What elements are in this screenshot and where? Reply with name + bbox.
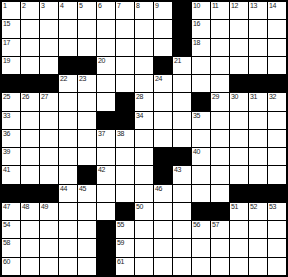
clue-number: 18 [193, 39, 200, 47]
grid-cell[interactable] [230, 258, 248, 275]
black-cell [249, 75, 267, 92]
clue-number: 51 [231, 203, 238, 211]
clue-number: 4 [60, 2, 63, 10]
clue-number: 34 [136, 112, 143, 120]
clue-number: 40 [193, 148, 200, 156]
grid-cell[interactable]: 15 [2, 20, 20, 37]
grid-cell[interactable] [268, 20, 286, 37]
clue-number: 14 [269, 2, 276, 10]
grid-cell[interactable] [211, 148, 229, 165]
grid-cell[interactable] [40, 57, 58, 74]
black-cell [59, 57, 77, 74]
grid-cell[interactable] [116, 20, 134, 37]
clue-number: 58 [3, 239, 10, 247]
grid-cell[interactable] [230, 239, 248, 256]
grid-cell[interactable] [211, 57, 229, 74]
clue-number: 31 [250, 93, 257, 101]
grid-cell[interactable] [230, 166, 248, 183]
grid-cell[interactable] [173, 112, 191, 129]
grid-cell[interactable] [154, 112, 172, 129]
grid-cell[interactable] [192, 166, 210, 183]
clue-number: 56 [193, 221, 200, 229]
grid-cell[interactable] [135, 258, 153, 275]
clue-number: 10 [193, 2, 200, 10]
grid-cell[interactable] [21, 112, 39, 129]
grid-cell[interactable] [97, 20, 115, 37]
grid-cell[interactable] [230, 57, 248, 74]
clue-number: 43 [174, 166, 181, 174]
black-cell [230, 185, 248, 202]
clue-number: 20 [98, 57, 105, 65]
clue-number: 32 [269, 93, 276, 101]
black-cell [40, 185, 58, 202]
grid-cell[interactable]: 38 [116, 130, 134, 147]
grid-cell[interactable] [268, 130, 286, 147]
grid-cell[interactable] [135, 148, 153, 165]
clue-number: 27 [41, 93, 48, 101]
grid-cell[interactable] [59, 20, 77, 37]
clue-number: 45 [79, 185, 86, 193]
grid-cell[interactable] [59, 221, 77, 238]
clue-number: 11 [212, 2, 218, 10]
grid-cell[interactable] [59, 112, 77, 129]
grid-cell[interactable]: 61 [116, 258, 134, 275]
grid-cell[interactable]: 2 [21, 2, 39, 19]
grid-cell[interactable] [59, 93, 77, 110]
clue-number: 23 [79, 75, 86, 83]
black-cell [249, 185, 267, 202]
grid-cell[interactable]: 27 [40, 93, 58, 110]
grid-cell[interactable] [154, 20, 172, 37]
grid-cell[interactable] [211, 130, 229, 147]
grid-cell[interactable] [97, 75, 115, 92]
grid-cell[interactable] [268, 112, 286, 129]
grid-cell[interactable] [40, 239, 58, 256]
grid-cell[interactable] [78, 112, 96, 129]
clue-number: 15 [3, 20, 10, 28]
grid-cell[interactable] [249, 239, 267, 256]
black-cell [116, 203, 134, 220]
grid-cell[interactable] [135, 221, 153, 238]
clue-number: 8 [136, 2, 139, 10]
clue-number: 35 [193, 112, 200, 120]
grid-cell[interactable]: 28 [135, 93, 153, 110]
grid-cell[interactable] [59, 258, 77, 275]
grid-cell[interactable] [40, 166, 58, 183]
black-cell [211, 203, 229, 220]
grid-cell[interactable] [173, 93, 191, 110]
grid-cell[interactable]: 29 [211, 93, 229, 110]
grid-cell[interactable] [211, 258, 229, 275]
clue-number: 1 [3, 2, 6, 10]
grid-cell[interactable] [40, 258, 58, 275]
black-cell [154, 148, 172, 165]
clue-number: 54 [3, 221, 10, 229]
grid-cell[interactable] [59, 39, 77, 56]
grid-cell[interactable] [154, 221, 172, 238]
black-cell [154, 57, 172, 74]
clue-number: 19 [3, 57, 10, 65]
grid-cell[interactable]: 57 [211, 221, 229, 238]
grid-cell[interactable] [230, 130, 248, 147]
grid-cell[interactable]: 33 [2, 112, 20, 129]
grid-cell[interactable]: 6 [97, 2, 115, 19]
black-cell [154, 166, 172, 183]
grid-cell[interactable] [135, 75, 153, 92]
grid-cell[interactable] [192, 57, 210, 74]
clue-number: 59 [117, 239, 124, 247]
grid-cell[interactable]: 13 [249, 2, 267, 19]
grid-cell[interactable] [249, 112, 267, 129]
grid-cell[interactable]: 58 [2, 239, 20, 256]
grid-cell[interactable] [173, 221, 191, 238]
black-cell [192, 203, 210, 220]
grid-cell[interactable] [173, 130, 191, 147]
grid-cell[interactable]: 10 [192, 2, 210, 19]
grid-cell[interactable] [59, 148, 77, 165]
grid-cell[interactable] [21, 130, 39, 147]
black-cell [116, 93, 134, 110]
grid-cell[interactable] [173, 185, 191, 202]
grid-cell[interactable]: 17 [2, 39, 20, 56]
grid-cell[interactable] [59, 166, 77, 183]
grid-cell[interactable] [135, 185, 153, 202]
grid-cell[interactable]: 43 [173, 166, 191, 183]
clue-number: 3 [41, 2, 44, 10]
grid-cell[interactable] [21, 258, 39, 275]
grid-cell[interactable] [78, 148, 96, 165]
clue-number: 17 [3, 39, 10, 47]
grid-cell[interactable] [211, 166, 229, 183]
grid-cell[interactable] [116, 148, 134, 165]
grid-cell[interactable] [135, 39, 153, 56]
clue-number: 61 [117, 258, 124, 266]
grid-cell[interactable]: 22 [59, 75, 77, 92]
clue-number: 48 [22, 203, 29, 211]
grid-cell[interactable]: 34 [135, 112, 153, 129]
black-cell [40, 75, 58, 92]
grid-cell[interactable]: 47 [2, 203, 20, 220]
clue-number: 30 [231, 93, 238, 101]
grid-cell[interactable] [211, 239, 229, 256]
grid-cell[interactable]: 41 [2, 166, 20, 183]
black-cell [78, 57, 96, 74]
grid-cell[interactable] [78, 20, 96, 37]
grid-cell[interactable] [40, 20, 58, 37]
grid-cell[interactable] [40, 112, 58, 129]
grid-cell[interactable] [116, 75, 134, 92]
grid-cell[interactable] [192, 130, 210, 147]
grid-cell[interactable] [97, 203, 115, 220]
black-cell [2, 185, 20, 202]
black-cell [116, 112, 134, 129]
grid-cell[interactable]: 37 [97, 130, 115, 147]
grid-cell[interactable] [78, 239, 96, 256]
black-cell [230, 75, 248, 92]
clue-number: 24 [155, 75, 162, 83]
grid-cell[interactable] [154, 130, 172, 147]
grid-cell[interactable] [97, 93, 115, 110]
grid-cell[interactable] [21, 166, 39, 183]
black-cell [173, 20, 191, 37]
grid-cell[interactable] [78, 221, 96, 238]
grid-cell[interactable]: 48 [21, 203, 39, 220]
grid-cell[interactable] [78, 130, 96, 147]
grid-cell[interactable]: 8 [135, 2, 153, 19]
clue-number: 42 [98, 166, 105, 174]
grid-cell[interactable]: 56 [192, 221, 210, 238]
grid-cell[interactable]: 5 [78, 2, 96, 19]
clue-number: 41 [3, 166, 10, 174]
clue-number: 16 [193, 20, 200, 28]
clue-number: 9 [155, 2, 158, 10]
clue-number: 25 [3, 93, 10, 101]
grid-cell[interactable] [78, 203, 96, 220]
black-cell [2, 75, 20, 92]
grid-cell[interactable] [154, 93, 172, 110]
grid-cell[interactable]: 53 [268, 203, 286, 220]
grid-cell[interactable] [59, 239, 77, 256]
grid-cell[interactable] [173, 75, 191, 92]
grid-cell[interactable]: 11 [211, 2, 229, 19]
grid-cell[interactable] [40, 39, 58, 56]
grid-cell[interactable]: 20 [97, 57, 115, 74]
grid-cell[interactable] [249, 39, 267, 56]
grid-cell[interactable] [78, 93, 96, 110]
grid-cell[interactable]: 39 [2, 148, 20, 165]
clue-number: 28 [136, 93, 143, 101]
grid-cell[interactable] [135, 166, 153, 183]
grid-cell[interactable] [230, 20, 248, 37]
crossword-grid: 1234567891011121314151617181920212223242… [0, 0, 288, 277]
clue-number: 36 [3, 130, 10, 138]
grid-cell[interactable]: 54 [2, 221, 20, 238]
grid-cell[interactable] [40, 130, 58, 147]
grid-cell[interactable] [192, 75, 210, 92]
grid-cell[interactable] [59, 203, 77, 220]
clue-number: 55 [117, 221, 124, 229]
clue-number: 7 [117, 2, 120, 10]
grid-cell[interactable]: 45 [78, 185, 96, 202]
grid-cell[interactable] [192, 239, 210, 256]
grid-cell[interactable] [97, 39, 115, 56]
grid-cell[interactable]: 55 [116, 221, 134, 238]
clue-number: 49 [41, 203, 48, 211]
grid-cell[interactable] [249, 258, 267, 275]
grid-cell[interactable] [211, 185, 229, 202]
clue-number: 60 [3, 258, 10, 266]
black-cell [21, 185, 39, 202]
grid-cell[interactable] [268, 57, 286, 74]
clue-number: 33 [3, 112, 10, 120]
grid-cell[interactable] [249, 148, 267, 165]
grid-cell[interactable] [135, 20, 153, 37]
grid-cell[interactable]: 14 [268, 2, 286, 19]
grid-cell[interactable]: 25 [2, 93, 20, 110]
black-cell [268, 185, 286, 202]
black-cell [173, 2, 191, 19]
grid-cell[interactable]: 42 [97, 166, 115, 183]
grid-cell[interactable] [97, 148, 115, 165]
grid-cell[interactable]: 32 [268, 93, 286, 110]
grid-cell[interactable]: 1 [2, 2, 20, 19]
clue-number: 29 [212, 93, 219, 101]
grid-cell[interactable] [21, 20, 39, 37]
grid-cell[interactable]: 44 [59, 185, 77, 202]
grid-cell[interactable]: 9 [154, 2, 172, 19]
clue-number: 26 [22, 93, 29, 101]
grid-cell[interactable]: 24 [154, 75, 172, 92]
grid-cell[interactable] [135, 130, 153, 147]
grid-cell[interactable] [154, 258, 172, 275]
grid-cell[interactable] [211, 39, 229, 56]
black-cell [192, 93, 210, 110]
grid-cell[interactable] [249, 130, 267, 147]
black-cell [21, 75, 39, 92]
clue-number: 37 [98, 130, 105, 138]
grid-cell[interactable] [135, 239, 153, 256]
clue-number: 6 [98, 2, 101, 10]
grid-cell[interactable] [268, 148, 286, 165]
grid-cell[interactable] [40, 148, 58, 165]
crossword-board: 1234567891011121314151617181920212223242… [0, 0, 288, 277]
grid-cell[interactable] [230, 148, 248, 165]
grid-cell[interactable]: 49 [40, 203, 58, 220]
grid-cell[interactable]: 16 [192, 20, 210, 37]
grid-cell[interactable] [268, 239, 286, 256]
grid-cell[interactable] [116, 166, 134, 183]
grid-cell[interactable] [249, 221, 267, 238]
grid-cell[interactable]: 50 [135, 203, 153, 220]
grid-cell[interactable]: 51 [230, 203, 248, 220]
grid-cell[interactable] [268, 39, 286, 56]
grid-cell[interactable]: 7 [116, 2, 134, 19]
grid-cell[interactable] [154, 239, 172, 256]
grid-cell[interactable] [59, 130, 77, 147]
grid-cell[interactable]: 46 [154, 185, 172, 202]
grid-cell[interactable] [135, 57, 153, 74]
grid-cell[interactable] [230, 112, 248, 129]
grid-cell[interactable] [154, 203, 172, 220]
grid-cell[interactable]: 12 [230, 2, 248, 19]
grid-cell[interactable] [211, 112, 229, 129]
clue-number: 57 [212, 221, 219, 229]
clue-number: 39 [3, 148, 10, 156]
grid-cell[interactable] [21, 148, 39, 165]
grid-cell[interactable] [21, 239, 39, 256]
grid-cell[interactable] [268, 166, 286, 183]
grid-cell[interactable]: 52 [249, 203, 267, 220]
clue-number: 52 [250, 203, 257, 211]
clue-number: 38 [117, 130, 124, 138]
grid-cell[interactable]: 26 [21, 93, 39, 110]
grid-cell[interactable] [173, 258, 191, 275]
grid-cell[interactable] [211, 75, 229, 92]
grid-cell[interactable] [249, 20, 267, 37]
grid-cell[interactable] [268, 258, 286, 275]
grid-cell[interactable] [154, 39, 172, 56]
grid-cell[interactable] [230, 39, 248, 56]
grid-cell[interactable] [116, 185, 134, 202]
black-cell [268, 75, 286, 92]
grid-cell[interactable] [21, 39, 39, 56]
grid-cell[interactable] [40, 221, 58, 238]
grid-cell[interactable] [78, 258, 96, 275]
black-cell [97, 112, 115, 129]
grid-cell[interactable] [21, 57, 39, 74]
grid-cell[interactable] [97, 185, 115, 202]
black-cell [97, 258, 115, 275]
clue-number: 46 [155, 185, 162, 193]
black-cell [78, 166, 96, 183]
clue-number: 13 [250, 2, 257, 10]
grid-cell[interactable]: 36 [2, 130, 20, 147]
grid-cell[interactable]: 21 [173, 57, 191, 74]
clue-number: 5 [79, 2, 82, 10]
grid-cell[interactable]: 40 [192, 148, 210, 165]
grid-cell[interactable] [192, 258, 210, 275]
clue-number: 21 [174, 57, 181, 65]
grid-cell[interactable] [211, 20, 229, 37]
grid-cell[interactable] [230, 221, 248, 238]
clue-number: 2 [22, 2, 25, 10]
grid-cell[interactable]: 4 [59, 2, 77, 19]
black-cell [97, 221, 115, 238]
grid-cell[interactable] [173, 239, 191, 256]
grid-cell[interactable]: 19 [2, 57, 20, 74]
clue-number: 47 [3, 203, 10, 211]
grid-cell[interactable]: 35 [192, 112, 210, 129]
grid-cell[interactable] [268, 221, 286, 238]
clue-number: 53 [269, 203, 276, 211]
clue-number: 50 [136, 203, 143, 211]
grid-cell[interactable]: 23 [78, 75, 96, 92]
grid-cell[interactable] [116, 57, 134, 74]
black-cell [173, 39, 191, 56]
grid-cell[interactable] [173, 203, 191, 220]
grid-cell[interactable] [249, 166, 267, 183]
grid-cell[interactable]: 60 [2, 258, 20, 275]
grid-cell[interactable] [78, 39, 96, 56]
black-cell [173, 148, 191, 165]
grid-cell[interactable] [192, 185, 210, 202]
grid-cell[interactable] [249, 57, 267, 74]
clue-number: 44 [60, 185, 67, 193]
grid-cell[interactable] [21, 221, 39, 238]
grid-cell[interactable]: 3 [40, 2, 58, 19]
grid-cell[interactable]: 31 [249, 93, 267, 110]
grid-cell[interactable]: 18 [192, 39, 210, 56]
clue-number: 22 [60, 75, 67, 83]
black-cell [97, 239, 115, 256]
grid-cell[interactable]: 30 [230, 93, 248, 110]
grid-cell[interactable]: 59 [116, 239, 134, 256]
clue-number: 12 [231, 2, 238, 10]
grid-cell[interactable] [116, 39, 134, 56]
